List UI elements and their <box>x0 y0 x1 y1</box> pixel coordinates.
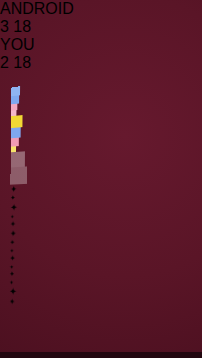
game-screen: ✦✦✦✦✦✦✦✦✦✦✦✦✦✦ ANDROID 3 18 YOU 2 18 <box>0 0 202 358</box>
confetti-blob <box>10 166 26 184</box>
opponent-name-label: ANDROID <box>0 0 74 17</box>
confetti-blob <box>11 151 25 167</box>
opponent-score-pill: 3 18 <box>0 18 202 36</box>
confetti-blob <box>11 127 21 138</box>
confetti-blob <box>11 115 22 128</box>
opponent-captured-count: 3 <box>0 18 9 35</box>
opponent-score-panel: ANDROID 3 18 <box>0 0 202 36</box>
player-name-pill: YOU <box>0 36 202 54</box>
sparkle-star-icon: ✦ <box>9 252 196 263</box>
board-scene: ✦✦✦✦✦✦✦✦✦✦✦✦✦✦ <box>0 64 202 296</box>
capture-effects-layer: ✦✦✦✦✦✦✦✦✦✦✦✦✦✦ <box>9 68 199 311</box>
opponent-name-pill: ANDROID <box>0 0 202 18</box>
sparkle-star-icon: ✦ <box>9 297 199 311</box>
opponent-score-value: 18 <box>13 18 31 35</box>
screen-bottom-edge <box>0 352 202 358</box>
checkers-board: ✦✦✦✦✦✦✦✦✦✦✦✦✦✦ <box>9 68 196 263</box>
player-name-label: YOU <box>0 36 35 53</box>
